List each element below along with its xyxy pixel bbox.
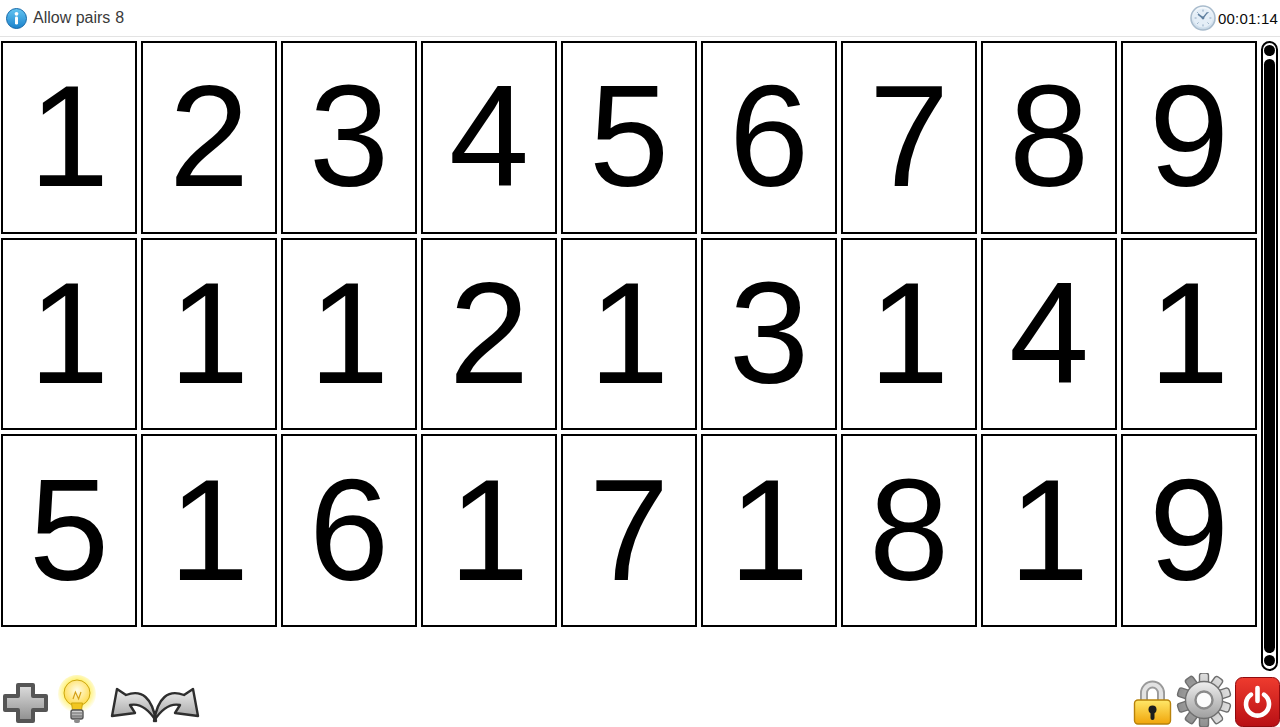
number-card[interactable]: 5: [561, 41, 697, 234]
hint-button[interactable]: [57, 675, 97, 726]
number-card[interactable]: 9: [1121, 41, 1257, 234]
number-card[interactable]: 1: [281, 238, 417, 431]
number-card[interactable]: 1: [1, 238, 137, 431]
lightbulb-icon: [57, 675, 97, 726]
scrollbar-knob-bottom-icon[interactable]: [1264, 655, 1275, 666]
toolbar-left: [2, 675, 205, 726]
redo-arrow-icon: [151, 683, 205, 723]
scrollbar-thumb[interactable]: [1264, 59, 1275, 653]
number-card[interactable]: 3: [281, 41, 417, 234]
number-card[interactable]: 1: [1, 41, 137, 234]
page-title: Allow pairs: [33, 9, 110, 27]
lock-button[interactable]: [1131, 676, 1174, 725]
number-card[interactable]: 2: [421, 238, 557, 431]
number-card[interactable]: 1: [1121, 238, 1257, 431]
number-card[interactable]: 4: [981, 238, 1117, 431]
number-card[interactable]: 1: [561, 238, 697, 431]
title-group: Allow pairs 8: [0, 8, 124, 29]
exit-button[interactable]: [1235, 677, 1280, 727]
toolbar-right: [1131, 673, 1280, 727]
power-icon: [1235, 677, 1280, 727]
settings-button[interactable]: [1175, 673, 1233, 727]
number-card[interactable]: 1: [141, 238, 277, 431]
number-card[interactable]: 1: [841, 238, 977, 431]
plus-icon: [2, 681, 49, 724]
title-bar: Allow pairs 8 00:01:14: [0, 0, 1280, 37]
number-card[interactable]: 4: [421, 41, 557, 234]
timer-group: 00:01:14: [1190, 5, 1280, 31]
number-card[interactable]: 1: [421, 434, 557, 627]
board: 123456789111213141516171819: [1, 41, 1257, 627]
add-numbers-button[interactable]: [2, 681, 49, 724]
pairs-count: 8: [115, 9, 124, 27]
number-card[interactable]: 3: [701, 238, 837, 431]
number-card[interactable]: 8: [841, 434, 977, 627]
number-card[interactable]: 1: [141, 434, 277, 627]
gear-icon: [1175, 673, 1233, 727]
number-card[interactable]: 2: [141, 41, 277, 234]
number-card[interactable]: 8: [981, 41, 1117, 234]
number-card[interactable]: 1: [701, 434, 837, 627]
scrollbar[interactable]: [1261, 41, 1278, 671]
lock-icon: [1131, 676, 1174, 725]
scrollbar-knob-top-icon[interactable]: [1264, 45, 1275, 56]
number-card[interactable]: 6: [281, 434, 417, 627]
redo-button[interactable]: [151, 683, 205, 723]
number-card[interactable]: 1: [981, 434, 1117, 627]
clock-icon: [1190, 5, 1216, 31]
number-card[interactable]: 7: [561, 434, 697, 627]
number-card[interactable]: 6: [701, 41, 837, 234]
info-icon[interactable]: [6, 8, 27, 29]
number-card[interactable]: 9: [1121, 434, 1257, 627]
number-card[interactable]: 7: [841, 41, 977, 234]
number-card[interactable]: 5: [1, 434, 137, 627]
timer-value: 00:01:14: [1218, 10, 1278, 27]
